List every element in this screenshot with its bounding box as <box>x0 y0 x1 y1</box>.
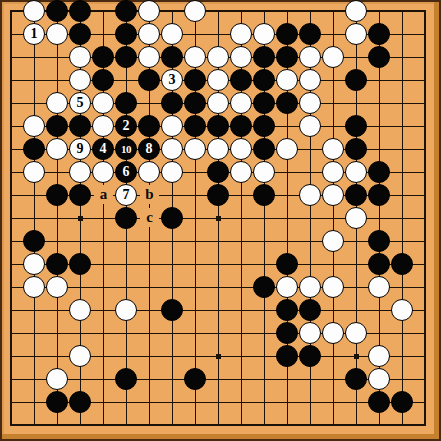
white-stone <box>184 138 206 160</box>
black-stone <box>230 69 252 91</box>
black-stone <box>368 230 390 252</box>
white-stone <box>92 161 114 183</box>
move-3-stone-white: 3 <box>161 69 183 91</box>
move-5-stone-white: 5 <box>69 92 91 114</box>
white-stone <box>46 138 68 160</box>
white-stone <box>207 46 229 68</box>
white-stone <box>230 46 252 68</box>
grid-line-vertical <box>402 10 403 426</box>
move-number: 9 <box>77 142 84 156</box>
white-stone <box>92 92 114 114</box>
black-stone <box>345 138 367 160</box>
white-stone <box>46 23 68 45</box>
black-stone <box>368 391 390 413</box>
star-point <box>216 216 221 221</box>
black-stone <box>69 23 91 45</box>
white-stone <box>345 0 367 22</box>
white-stone <box>184 0 206 22</box>
move-2-stone-black: 2 <box>115 115 137 137</box>
black-stone <box>115 368 137 390</box>
move-number: 1 <box>31 27 38 41</box>
star-point <box>78 216 83 221</box>
black-stone <box>46 391 68 413</box>
white-stone <box>23 115 45 137</box>
black-stone <box>253 184 275 206</box>
black-stone <box>276 46 298 68</box>
move-number: 6 <box>123 165 130 179</box>
black-stone <box>46 184 68 206</box>
black-stone <box>391 253 413 275</box>
white-stone <box>138 46 160 68</box>
black-stone <box>115 207 137 229</box>
black-stone <box>299 345 321 367</box>
black-stone <box>391 391 413 413</box>
white-stone <box>92 115 114 137</box>
white-stone <box>276 138 298 160</box>
black-stone <box>161 46 183 68</box>
white-stone <box>161 23 183 45</box>
white-stone <box>322 161 344 183</box>
black-stone <box>46 115 68 137</box>
white-stone <box>115 299 137 321</box>
move-number: 5 <box>77 96 84 110</box>
white-stone <box>299 322 321 344</box>
star-point <box>354 354 359 359</box>
black-stone <box>299 299 321 321</box>
white-stone <box>69 69 91 91</box>
black-stone <box>115 46 137 68</box>
white-stone <box>345 23 367 45</box>
black-stone <box>253 138 275 160</box>
black-stone <box>276 92 298 114</box>
black-stone <box>345 115 367 137</box>
move-9-stone-white: 9 <box>69 138 91 160</box>
black-stone <box>368 23 390 45</box>
black-stone <box>23 230 45 252</box>
black-stone <box>23 138 45 160</box>
black-stone <box>345 184 367 206</box>
black-stone <box>253 276 275 298</box>
black-stone <box>345 69 367 91</box>
white-stone <box>230 138 252 160</box>
move-1-stone-white: 1 <box>23 23 45 45</box>
white-stone <box>230 23 252 45</box>
white-stone <box>230 161 252 183</box>
move-number: 7 <box>123 188 130 202</box>
move-number: 4 <box>100 142 107 156</box>
white-stone <box>253 23 275 45</box>
black-stone <box>184 92 206 114</box>
black-stone <box>138 69 160 91</box>
black-stone <box>276 299 298 321</box>
white-stone <box>253 161 275 183</box>
black-stone <box>184 69 206 91</box>
white-stone <box>368 276 390 298</box>
white-stone <box>322 276 344 298</box>
black-stone <box>92 69 114 91</box>
white-stone <box>345 207 367 229</box>
point-label-b: b <box>140 185 159 204</box>
grid-line-horizontal <box>10 424 426 426</box>
black-stone <box>299 23 321 45</box>
white-stone <box>391 299 413 321</box>
white-stone <box>207 92 229 114</box>
black-stone <box>138 115 160 137</box>
move-number: 3 <box>169 73 176 87</box>
black-stone <box>207 115 229 137</box>
white-stone <box>299 69 321 91</box>
grid-line-horizontal <box>10 241 426 242</box>
white-stone <box>69 161 91 183</box>
move-7-stone-white: 7 <box>115 184 137 206</box>
grid-line-vertical <box>333 10 334 426</box>
black-stone <box>92 46 114 68</box>
black-stone <box>115 0 137 22</box>
grid-line-horizontal <box>10 287 426 288</box>
move-number: 8 <box>146 142 153 156</box>
grid-line-vertical <box>424 10 426 426</box>
black-stone <box>69 253 91 275</box>
black-stone <box>207 184 229 206</box>
white-stone <box>46 368 68 390</box>
black-stone <box>69 115 91 137</box>
white-stone <box>23 276 45 298</box>
white-stone <box>299 46 321 68</box>
black-stone <box>161 207 183 229</box>
black-stone <box>253 69 275 91</box>
move-4-stone-black: 4 <box>92 138 114 160</box>
white-stone <box>69 345 91 367</box>
white-stone <box>322 138 344 160</box>
white-stone <box>368 368 390 390</box>
white-stone <box>299 184 321 206</box>
go-board: abc13529410867 <box>0 0 441 441</box>
black-stone <box>184 115 206 137</box>
black-stone <box>368 161 390 183</box>
black-stone <box>368 46 390 68</box>
black-stone <box>276 322 298 344</box>
white-stone <box>322 46 344 68</box>
move-10-stone-black: 10 <box>115 138 137 160</box>
black-stone <box>253 92 275 114</box>
white-stone <box>46 92 68 114</box>
white-stone <box>23 161 45 183</box>
black-stone <box>276 345 298 367</box>
white-stone <box>69 46 91 68</box>
white-stone <box>138 0 160 22</box>
black-stone <box>368 184 390 206</box>
white-stone <box>184 46 206 68</box>
black-stone <box>253 46 275 68</box>
star-point <box>216 354 221 359</box>
black-stone <box>276 253 298 275</box>
black-stone <box>69 184 91 206</box>
white-stone <box>345 161 367 183</box>
black-stone <box>69 391 91 413</box>
white-stone <box>23 253 45 275</box>
black-stone <box>69 0 91 22</box>
white-stone <box>161 138 183 160</box>
white-stone <box>161 161 183 183</box>
white-stone <box>322 230 344 252</box>
white-stone <box>322 322 344 344</box>
black-stone <box>46 0 68 22</box>
black-stone <box>184 368 206 390</box>
move-number: 10 <box>121 144 131 155</box>
white-stone <box>161 115 183 137</box>
black-stone <box>161 92 183 114</box>
black-stone <box>161 299 183 321</box>
move-8-stone-black: 8 <box>138 138 160 160</box>
white-stone <box>345 322 367 344</box>
white-stone <box>207 69 229 91</box>
point-label-c: c <box>140 208 159 227</box>
move-number: 2 <box>123 119 130 133</box>
white-stone <box>276 276 298 298</box>
black-stone <box>345 368 367 390</box>
white-stone <box>69 299 91 321</box>
black-stone <box>230 115 252 137</box>
white-stone <box>299 276 321 298</box>
black-stone <box>253 115 275 137</box>
white-stone <box>138 23 160 45</box>
white-stone <box>23 0 45 22</box>
black-stone <box>368 253 390 275</box>
white-stone <box>368 345 390 367</box>
white-stone <box>299 115 321 137</box>
white-stone <box>138 161 160 183</box>
white-stone <box>46 276 68 298</box>
white-stone <box>230 92 252 114</box>
black-stone <box>115 92 137 114</box>
black-stone <box>207 161 229 183</box>
black-stone <box>46 253 68 275</box>
move-6-stone-black: 6 <box>115 161 137 183</box>
black-stone <box>115 23 137 45</box>
point-label-a: a <box>94 185 113 204</box>
white-stone <box>276 69 298 91</box>
black-stone <box>276 23 298 45</box>
white-stone <box>322 184 344 206</box>
white-stone <box>299 92 321 114</box>
white-stone <box>207 138 229 160</box>
